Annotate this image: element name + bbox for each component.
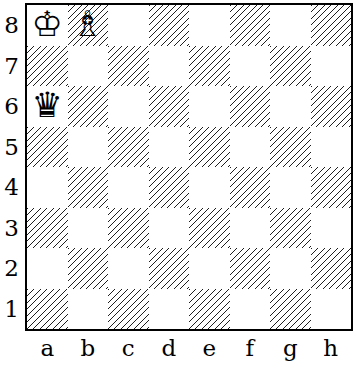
file-label-h: h	[311, 334, 352, 362]
square-d3[interactable]	[149, 208, 190, 249]
square-c2[interactable]	[108, 248, 149, 289]
square-a4[interactable]	[27, 167, 68, 208]
rank-label-2: 2	[0, 248, 23, 289]
square-d6[interactable]	[149, 86, 190, 127]
square-d4[interactable]	[149, 167, 190, 208]
square-b7[interactable]	[68, 46, 109, 87]
file-label-c: c	[108, 334, 149, 362]
square-b8[interactable]: ♗	[68, 5, 109, 46]
square-b1[interactable]	[68, 289, 109, 330]
square-g1[interactable]	[270, 289, 311, 330]
square-g8[interactable]	[270, 5, 311, 46]
square-d7[interactable]	[149, 46, 190, 87]
square-c3[interactable]	[108, 208, 149, 249]
square-h1[interactable]	[311, 289, 352, 330]
square-h8[interactable]	[311, 5, 352, 46]
square-a3[interactable]	[27, 208, 68, 249]
rank-label-7: 7	[0, 46, 23, 87]
square-a2[interactable]	[27, 248, 68, 289]
rank-label-6: 6	[0, 86, 23, 127]
square-c4[interactable]	[108, 167, 149, 208]
square-e6[interactable]	[189, 86, 230, 127]
file-label-g: g	[270, 334, 311, 362]
black-queen-a6[interactable]: ♛	[32, 85, 63, 126]
square-g6[interactable]	[270, 86, 311, 127]
file-label-b: b	[68, 334, 109, 362]
rank-label-8: 8	[0, 5, 23, 46]
square-b6[interactable]	[68, 86, 109, 127]
square-c8[interactable]	[108, 5, 149, 46]
square-d2[interactable]	[149, 248, 190, 289]
white-bishop-b8[interactable]: ♗	[72, 4, 103, 45]
square-g7[interactable]	[270, 46, 311, 87]
file-label-d: d	[149, 334, 190, 362]
square-b2[interactable]	[68, 248, 109, 289]
square-e3[interactable]	[189, 208, 230, 249]
square-a8[interactable]: ♔	[27, 5, 68, 46]
chess-diagram: 87654321 ♔♗♛ abcdefgh	[0, 0, 357, 365]
square-g5[interactable]	[270, 127, 311, 168]
square-g2[interactable]	[270, 248, 311, 289]
square-f6[interactable]	[230, 86, 271, 127]
square-h6[interactable]	[311, 86, 352, 127]
square-d8[interactable]	[149, 5, 190, 46]
square-b4[interactable]	[68, 167, 109, 208]
square-a1[interactable]	[27, 289, 68, 330]
square-a6[interactable]: ♛	[27, 86, 68, 127]
square-f8[interactable]	[230, 5, 271, 46]
square-g4[interactable]	[270, 167, 311, 208]
square-e5[interactable]	[189, 127, 230, 168]
square-a5[interactable]	[27, 127, 68, 168]
square-h2[interactable]	[311, 248, 352, 289]
file-label-f: f	[230, 334, 271, 362]
square-b5[interactable]	[68, 127, 109, 168]
square-e4[interactable]	[189, 167, 230, 208]
square-c7[interactable]	[108, 46, 149, 87]
rank-label-4: 4	[0, 167, 23, 208]
square-f7[interactable]	[230, 46, 271, 87]
file-label-a: a	[27, 334, 68, 362]
square-c1[interactable]	[108, 289, 149, 330]
square-h5[interactable]	[311, 127, 352, 168]
square-e1[interactable]	[189, 289, 230, 330]
square-d5[interactable]	[149, 127, 190, 168]
square-f3[interactable]	[230, 208, 271, 249]
square-d1[interactable]	[149, 289, 190, 330]
rank-labels: 87654321	[0, 5, 23, 329]
square-f4[interactable]	[230, 167, 271, 208]
rank-label-1: 1	[0, 289, 23, 330]
square-b3[interactable]	[68, 208, 109, 249]
square-c6[interactable]	[108, 86, 149, 127]
file-labels: abcdefgh	[27, 334, 351, 362]
square-h7[interactable]	[311, 46, 352, 87]
rank-label-5: 5	[0, 127, 23, 168]
square-f5[interactable]	[230, 127, 271, 168]
square-h3[interactable]	[311, 208, 352, 249]
square-e8[interactable]	[189, 5, 230, 46]
square-e2[interactable]	[189, 248, 230, 289]
square-c5[interactable]	[108, 127, 149, 168]
square-f2[interactable]	[230, 248, 271, 289]
square-e7[interactable]	[189, 46, 230, 87]
square-g3[interactable]	[270, 208, 311, 249]
square-f1[interactable]	[230, 289, 271, 330]
chess-board[interactable]: ♔♗♛	[25, 3, 353, 331]
white-king-a8[interactable]: ♔	[32, 4, 63, 45]
file-label-e: e	[189, 334, 230, 362]
square-a7[interactable]	[27, 46, 68, 87]
rank-label-3: 3	[0, 208, 23, 249]
square-h4[interactable]	[311, 167, 352, 208]
